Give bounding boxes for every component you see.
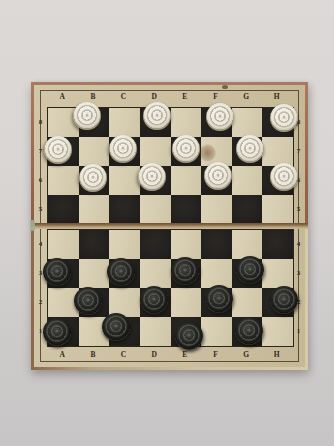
rank-label-4: 4 (35, 229, 46, 258)
square-d1[interactable] (140, 317, 171, 346)
square-h1[interactable] (262, 317, 293, 346)
square-e6[interactable] (171, 166, 202, 195)
rank-label-2: 2 (35, 287, 46, 316)
piece-white-e7[interactable]: ⛀ (172, 135, 200, 163)
square-c4[interactable] (109, 230, 140, 259)
piece-white-f8[interactable]: ⛀ (206, 103, 234, 131)
rank-labels-left-top: 8765 (35, 107, 46, 223)
piece-white-d6[interactable]: ⛀ (138, 163, 166, 191)
piece-black-h2[interactable]: ⛂ (270, 286, 298, 314)
square-c8[interactable] (109, 108, 140, 137)
file-label-F: F (200, 89, 231, 104)
rank-label-6: 6 (35, 165, 46, 194)
file-label-H: H (261, 89, 292, 104)
square-f1[interactable] (201, 317, 232, 346)
file-label-C: C (108, 89, 139, 104)
photo-background: ABCDEFGH ABCDEFGH 8765 4321 8765 4321 ⛀⛀… (0, 0, 334, 446)
square-g8[interactable] (232, 108, 263, 137)
piece-white-a7[interactable]: ⛀ (44, 136, 72, 164)
rank-label-3: 3 (293, 258, 304, 287)
piece-white-d8[interactable]: ⛀ (143, 102, 171, 130)
rank-label-8: 8 (35, 107, 46, 136)
rank-label-1: 1 (293, 316, 304, 345)
square-d7[interactable] (140, 137, 171, 166)
piece-black-c1[interactable]: ⛂ (102, 313, 130, 341)
rank-labels-right-bottom: 4321 (293, 229, 304, 345)
piece-black-b2[interactable]: ⛂ (74, 287, 102, 315)
piece-black-a3[interactable]: ⛂ (43, 258, 71, 286)
rank-label-7: 7 (293, 136, 304, 165)
file-label-E: E (170, 89, 201, 104)
file-label-G: G (231, 347, 262, 362)
square-h4[interactable] (262, 230, 293, 259)
square-b4[interactable] (79, 230, 110, 259)
square-a6[interactable] (48, 166, 79, 195)
square-a4[interactable] (48, 230, 79, 259)
checkers-board: ABCDEFGH ABCDEFGH 8765 4321 8765 4321 ⛀⛀… (31, 82, 308, 370)
file-label-H: H (261, 347, 292, 362)
square-g5[interactable] (232, 195, 263, 224)
file-label-G: G (231, 89, 262, 104)
square-b5[interactable] (79, 195, 110, 224)
square-g6[interactable] (232, 166, 263, 195)
wood-knot-stain (199, 144, 216, 162)
rank-label-4: 4 (293, 229, 304, 258)
square-c5[interactable] (109, 195, 140, 224)
piece-black-c3[interactable]: ⛂ (107, 258, 135, 286)
piece-black-g3[interactable]: ⛂ (236, 256, 264, 284)
piece-black-e1[interactable]: ⛂ (175, 322, 203, 350)
piece-white-b8[interactable]: ⛀ (73, 102, 101, 130)
square-d4[interactable] (140, 230, 171, 259)
rank-label-5: 5 (35, 194, 46, 223)
playing-field-ranks-4-to-1: ⛂⛂⛂⛂⛂⛂⛂⛂⛂⛂⛂⛂ (47, 229, 294, 347)
piece-black-f2[interactable]: ⛂ (205, 285, 233, 313)
square-h3[interactable] (262, 259, 293, 288)
square-d5[interactable] (140, 195, 171, 224)
square-d3[interactable] (140, 259, 171, 288)
piece-black-e3[interactable]: ⛂ (171, 257, 199, 285)
piece-black-a1[interactable]: ⛂ (43, 318, 71, 346)
file-label-A: A (47, 347, 78, 362)
piece-white-g7[interactable]: ⛀ (236, 135, 264, 163)
square-g2[interactable] (232, 288, 263, 317)
rank-label-5: 5 (293, 194, 304, 223)
square-f3[interactable] (201, 259, 232, 288)
file-label-F: F (200, 347, 231, 362)
square-e8[interactable] (171, 108, 202, 137)
square-b7[interactable] (79, 137, 110, 166)
square-e4[interactable] (171, 230, 202, 259)
square-b3[interactable] (79, 259, 110, 288)
piece-white-c7[interactable]: ⛀ (109, 135, 137, 163)
square-g4[interactable] (232, 230, 263, 259)
square-e2[interactable] (171, 288, 202, 317)
piece-white-h6[interactable]: ⛀ (270, 163, 298, 191)
hinge-tape-spot (30, 220, 35, 231)
square-e5[interactable] (171, 195, 202, 224)
square-h5[interactable] (262, 195, 293, 224)
file-label-A: A (47, 89, 78, 104)
piece-white-f6[interactable]: ⛀ (204, 162, 232, 190)
board-fold-seam (31, 223, 308, 229)
piece-white-h8[interactable]: ⛀ (270, 104, 298, 132)
file-labels-bottom: ABCDEFGH (47, 347, 292, 362)
square-h7[interactable] (262, 137, 293, 166)
piece-black-d2[interactable]: ⛂ (140, 286, 168, 314)
square-a5[interactable] (48, 195, 79, 224)
playing-field-ranks-8-to-5: ⛀⛀⛀⛀⛀⛀⛀⛀⛀⛀⛀⛀ (47, 107, 294, 225)
square-f4[interactable] (201, 230, 232, 259)
square-c6[interactable] (109, 166, 140, 195)
square-f5[interactable] (201, 195, 232, 224)
piece-black-g1[interactable]: ⛂ (235, 317, 263, 345)
file-label-C: C (108, 347, 139, 362)
piece-white-b6[interactable]: ⛀ (79, 164, 107, 192)
file-label-D: D (139, 347, 170, 362)
file-label-B: B (78, 347, 109, 362)
